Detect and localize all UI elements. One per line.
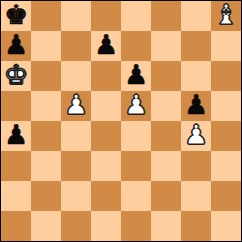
square-d6[interactable] <box>91 61 121 91</box>
square-h3[interactable] <box>211 151 241 181</box>
square-e4[interactable] <box>121 121 151 151</box>
square-g4[interactable]: ♟ <box>181 121 211 151</box>
white-pawn[interactable]: ♟ <box>64 91 88 120</box>
square-d4[interactable] <box>91 121 121 151</box>
square-c5[interactable]: ♟ <box>61 91 91 121</box>
square-e1[interactable] <box>121 211 151 241</box>
square-f3[interactable] <box>151 151 181 181</box>
square-a4[interactable]: ♟ <box>1 121 31 151</box>
square-g8[interactable] <box>181 1 211 31</box>
square-a7[interactable]: ♟ <box>1 31 31 61</box>
square-a8[interactable]: ♚ <box>1 1 31 31</box>
square-c6[interactable] <box>61 61 91 91</box>
square-f2[interactable] <box>151 181 181 211</box>
square-f1[interactable] <box>151 211 181 241</box>
square-d7[interactable]: ♟ <box>91 31 121 61</box>
square-a2[interactable] <box>1 181 31 211</box>
square-e7[interactable] <box>121 31 151 61</box>
square-e3[interactable] <box>121 151 151 181</box>
square-f5[interactable] <box>151 91 181 121</box>
black-pawn[interactable]: ♟ <box>124 61 148 90</box>
square-a3[interactable] <box>1 151 31 181</box>
black-pawn[interactable]: ♟ <box>94 31 118 60</box>
square-e6[interactable]: ♟ <box>121 61 151 91</box>
square-c8[interactable] <box>61 1 91 31</box>
square-a6[interactable]: ♚ <box>1 61 31 91</box>
white-king[interactable]: ♚ <box>4 61 28 90</box>
black-pawn[interactable]: ♟ <box>4 31 28 60</box>
square-h2[interactable] <box>211 181 241 211</box>
square-b7[interactable] <box>31 31 61 61</box>
square-c2[interactable] <box>61 181 91 211</box>
square-d2[interactable] <box>91 181 121 211</box>
square-h4[interactable] <box>211 121 241 151</box>
square-a1[interactable] <box>1 211 31 241</box>
black-king[interactable]: ♚ <box>4 1 28 30</box>
square-h5[interactable] <box>211 91 241 121</box>
square-g6[interactable] <box>181 61 211 91</box>
square-c3[interactable] <box>61 151 91 181</box>
square-b4[interactable] <box>31 121 61 151</box>
chess-board-frame: ♚♝♟♟♚♟♟♟♟♟♟ <box>0 0 242 242</box>
square-h7[interactable] <box>211 31 241 61</box>
chess-board: ♚♝♟♟♚♟♟♟♟♟♟ <box>1 1 241 241</box>
square-f6[interactable] <box>151 61 181 91</box>
square-d1[interactable] <box>91 211 121 241</box>
white-bishop[interactable]: ♝ <box>214 1 238 30</box>
square-b2[interactable] <box>31 181 61 211</box>
white-pawn[interactable]: ♟ <box>184 121 208 150</box>
square-e5[interactable]: ♟ <box>121 91 151 121</box>
square-g7[interactable] <box>181 31 211 61</box>
black-pawn[interactable]: ♟ <box>4 121 28 150</box>
square-g3[interactable] <box>181 151 211 181</box>
square-h8[interactable]: ♝ <box>211 1 241 31</box>
square-e2[interactable] <box>121 181 151 211</box>
square-b5[interactable] <box>31 91 61 121</box>
square-d3[interactable] <box>91 151 121 181</box>
square-h1[interactable] <box>211 211 241 241</box>
square-g1[interactable] <box>181 211 211 241</box>
square-c7[interactable] <box>61 31 91 61</box>
square-c1[interactable] <box>61 211 91 241</box>
square-b6[interactable] <box>31 61 61 91</box>
square-a5[interactable] <box>1 91 31 121</box>
square-d8[interactable] <box>91 1 121 31</box>
square-f7[interactable] <box>151 31 181 61</box>
square-d5[interactable] <box>91 91 121 121</box>
square-c4[interactable] <box>61 121 91 151</box>
square-f4[interactable] <box>151 121 181 151</box>
square-b8[interactable] <box>31 1 61 31</box>
black-pawn[interactable]: ♟ <box>184 91 208 120</box>
square-f8[interactable] <box>151 1 181 31</box>
square-b3[interactable] <box>31 151 61 181</box>
square-g2[interactable] <box>181 181 211 211</box>
square-e8[interactable] <box>121 1 151 31</box>
square-b1[interactable] <box>31 211 61 241</box>
white-pawn[interactable]: ♟ <box>124 91 148 120</box>
square-g5[interactable]: ♟ <box>181 91 211 121</box>
square-h6[interactable] <box>211 61 241 91</box>
